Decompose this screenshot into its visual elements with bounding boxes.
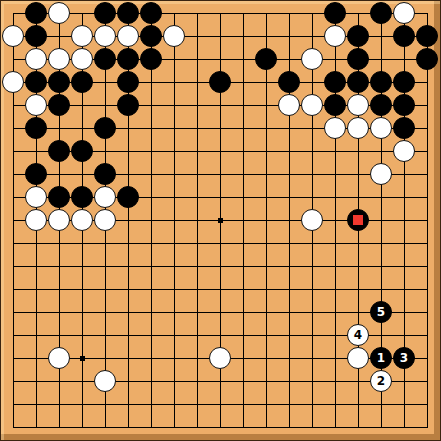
grid-line-v	[243, 13, 244, 428]
stone-black-5-0	[117, 2, 139, 24]
stone-black-17-5	[393, 117, 415, 139]
stone-black-14-3	[324, 71, 346, 93]
stone-white-2-2	[48, 48, 70, 70]
grid-line-h	[13, 427, 428, 428]
stone-white-1-4	[25, 94, 47, 116]
stone-white-16-7	[370, 163, 392, 185]
grid-line-v	[266, 13, 267, 428]
stone-white-5-1	[117, 25, 139, 47]
stone-white-3-9	[71, 209, 93, 231]
stone-black-1-7	[25, 163, 47, 185]
move-number-label: 3	[400, 352, 408, 364]
stone-white-2-0	[48, 2, 70, 24]
stone-white-1-8	[25, 186, 47, 208]
stone-black-17-3	[393, 71, 415, 93]
red-square-marker	[353, 215, 363, 225]
stone-black-16-15: 1	[370, 347, 392, 369]
stone-black-16-3	[370, 71, 392, 93]
stone-white-16-5	[370, 117, 392, 139]
grid-line-h	[13, 266, 428, 267]
stone-black-2-3	[48, 71, 70, 93]
stone-white-15-5	[347, 117, 369, 139]
stone-black-6-1	[140, 25, 162, 47]
stone-black-5-4	[117, 94, 139, 116]
stone-white-15-14: 4	[347, 324, 369, 346]
stone-black-17-15: 3	[393, 347, 415, 369]
stone-black-11-2	[255, 48, 277, 70]
stone-black-4-5	[94, 117, 116, 139]
stone-black-1-3	[25, 71, 47, 93]
stone-black-12-3	[278, 71, 300, 93]
stone-white-15-4	[347, 94, 369, 116]
stone-black-6-2	[140, 48, 162, 70]
grid-line-h	[13, 381, 428, 382]
stone-black-9-3	[209, 71, 231, 93]
stone-black-15-9	[347, 209, 369, 231]
stone-black-17-4	[393, 94, 415, 116]
stone-black-14-0	[324, 2, 346, 24]
star-point	[80, 356, 85, 361]
stone-black-18-1	[416, 25, 438, 47]
stone-black-5-3	[117, 71, 139, 93]
stone-white-12-4	[278, 94, 300, 116]
stone-white-13-9	[301, 209, 323, 231]
stone-black-16-0	[370, 2, 392, 24]
stone-white-16-16: 2	[370, 370, 392, 392]
stone-black-15-3	[347, 71, 369, 93]
stone-black-1-1	[25, 25, 47, 47]
stone-black-3-3	[71, 71, 93, 93]
stone-black-1-0	[25, 2, 47, 24]
stone-white-13-2	[301, 48, 323, 70]
stone-white-15-15	[347, 347, 369, 369]
stone-black-2-4	[48, 94, 70, 116]
stone-black-2-8	[48, 186, 70, 208]
stone-white-4-9	[94, 209, 116, 231]
stone-black-6-0	[140, 2, 162, 24]
stone-white-1-9	[25, 209, 47, 231]
stone-black-5-2	[117, 48, 139, 70]
stone-black-16-13: 5	[370, 301, 392, 323]
stone-white-4-16	[94, 370, 116, 392]
stone-black-18-2	[416, 48, 438, 70]
stone-black-15-2	[347, 48, 369, 70]
stone-white-1-2	[25, 48, 47, 70]
grid-line-h	[13, 404, 428, 405]
grid-line-h	[13, 312, 428, 313]
stone-white-4-8	[94, 186, 116, 208]
stone-white-13-4	[301, 94, 323, 116]
stone-black-16-4	[370, 94, 392, 116]
stone-black-5-8	[117, 186, 139, 208]
stone-black-4-7	[94, 163, 116, 185]
stone-white-17-0	[393, 2, 415, 24]
stone-white-3-1	[71, 25, 93, 47]
star-point	[218, 218, 223, 223]
stone-white-3-2	[71, 48, 93, 70]
stone-black-3-6	[71, 140, 93, 162]
stone-white-17-6	[393, 140, 415, 162]
stone-white-2-15	[48, 347, 70, 369]
stone-black-14-4	[324, 94, 346, 116]
move-number-label: 2	[377, 375, 385, 387]
stone-black-1-5	[25, 117, 47, 139]
stone-white-9-15	[209, 347, 231, 369]
grid-line-v	[427, 13, 428, 428]
go-board: 54132	[0, 0, 441, 441]
stone-white-14-1	[324, 25, 346, 47]
move-number-label: 4	[354, 329, 362, 341]
stone-black-3-8	[71, 186, 93, 208]
stone-black-2-6	[48, 140, 70, 162]
stone-white-14-5	[324, 117, 346, 139]
stone-white-4-1	[94, 25, 116, 47]
stone-white-7-1	[163, 25, 185, 47]
stone-white-0-3	[2, 71, 24, 93]
grid-line-h	[13, 289, 428, 290]
move-number-label: 1	[377, 352, 385, 364]
stone-black-17-1	[393, 25, 415, 47]
stone-white-2-9	[48, 209, 70, 231]
stone-white-0-1	[2, 25, 24, 47]
move-number-label: 5	[377, 306, 385, 318]
stone-black-4-2	[94, 48, 116, 70]
stone-black-4-0	[94, 2, 116, 24]
grid-line-h	[13, 243, 428, 244]
stone-black-15-1	[347, 25, 369, 47]
